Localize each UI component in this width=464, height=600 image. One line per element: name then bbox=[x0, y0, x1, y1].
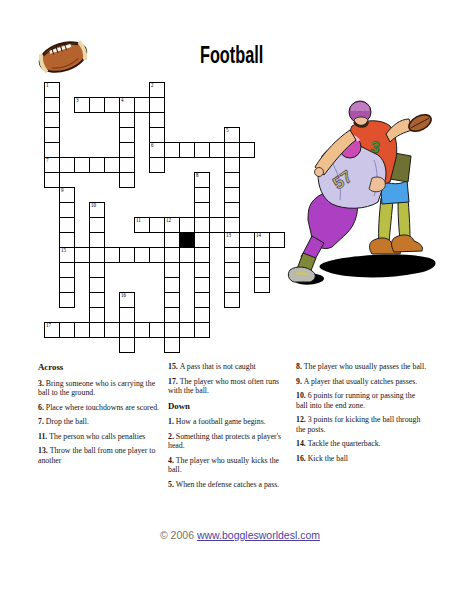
clue-text: Throw the ball from one player to anothe… bbox=[38, 446, 155, 465]
clue-column-2: 15. A pass that is not caught17. The pla… bbox=[168, 362, 292, 494]
grid-cell[interactable] bbox=[89, 217, 105, 233]
grid-cell[interactable] bbox=[164, 292, 180, 308]
grid-cell[interactable] bbox=[194, 307, 210, 323]
clue-number: 8. bbox=[296, 362, 304, 371]
crossword-grid: 1234567891011121314151617 bbox=[44, 82, 286, 354]
grid-cell[interactable] bbox=[194, 292, 210, 308]
website-link[interactable]: www.bogglesworldesl.com bbox=[197, 529, 320, 541]
grid-cell[interactable] bbox=[224, 277, 240, 293]
clue-item: 15. A pass that is not caught bbox=[168, 362, 292, 372]
grid-cell[interactable] bbox=[89, 157, 105, 173]
grid-cell[interactable] bbox=[164, 232, 180, 248]
grid-cell[interactable] bbox=[224, 292, 240, 308]
grid-cell[interactable]: 12 bbox=[164, 217, 180, 233]
cell-number: 2 bbox=[151, 83, 154, 89]
copyright-text: © 2006 bbox=[160, 529, 194, 541]
grid-cell[interactable] bbox=[59, 262, 75, 278]
clue-item: 1. How a football game begins. bbox=[168, 417, 292, 427]
clue-text: Bring someone who is carrying the ball t… bbox=[38, 379, 155, 398]
clue-item: 16. Kick the ball bbox=[296, 454, 428, 464]
grid-cell[interactable] bbox=[239, 232, 255, 248]
grid-cell[interactable] bbox=[119, 142, 135, 158]
grid-cell[interactable] bbox=[119, 337, 135, 353]
clue-text: Place where touchdowns are scored. bbox=[46, 403, 159, 412]
clue-number: 3. bbox=[38, 379, 46, 388]
grid-cell[interactable]: 4 bbox=[119, 97, 135, 113]
clue-item: 13. Throw the ball from one player to an… bbox=[38, 446, 165, 465]
clue-number: 16. bbox=[296, 454, 308, 463]
grid-cell[interactable] bbox=[194, 322, 210, 338]
page-title: Football bbox=[0, 41, 464, 69]
clue-text: Something that protects a player's head. bbox=[168, 432, 281, 451]
cell-number: 1 bbox=[46, 83, 49, 89]
grid-cell[interactable] bbox=[59, 232, 75, 248]
grid-cell[interactable] bbox=[119, 247, 135, 263]
cell-number: 6 bbox=[151, 143, 154, 149]
grid-cell[interactable]: 9 bbox=[59, 187, 75, 203]
grid-cell[interactable] bbox=[209, 142, 225, 158]
cell-number: 9 bbox=[61, 188, 64, 194]
cell-number: 12 bbox=[166, 218, 171, 224]
grid-cell[interactable] bbox=[74, 157, 90, 173]
clue-text: 3 points for kicking the ball through th… bbox=[296, 415, 420, 434]
grid-cell[interactable] bbox=[44, 127, 60, 143]
grid-cell[interactable] bbox=[149, 157, 165, 173]
clue-text: The player who usually kicks the ball. bbox=[168, 456, 279, 475]
clue-item: 11. The person who calls penalties bbox=[38, 432, 165, 442]
grid-cell[interactable] bbox=[224, 142, 240, 158]
grid-cell[interactable]: 8 bbox=[194, 172, 210, 188]
grid-cell[interactable] bbox=[179, 247, 195, 263]
grid-cell[interactable] bbox=[164, 307, 180, 323]
black-cell bbox=[179, 232, 195, 248]
clue-number: 1. bbox=[168, 417, 176, 426]
clue-item: 14. Tackle the quarterback. bbox=[296, 439, 428, 449]
grid-cell[interactable] bbox=[194, 232, 210, 248]
page-title-text: Football bbox=[200, 41, 263, 69]
clue-number: 17. bbox=[168, 377, 180, 386]
grid-cell[interactable] bbox=[119, 112, 135, 128]
grid-cell[interactable] bbox=[179, 142, 195, 158]
grid-cell[interactable] bbox=[209, 217, 225, 233]
grid-cell[interactable] bbox=[254, 247, 270, 263]
grid-cell[interactable] bbox=[89, 292, 105, 308]
grid-cell[interactable] bbox=[74, 247, 90, 263]
clue-item: 12. 3 points for kicking the ball throug… bbox=[296, 415, 428, 434]
cell-number: 5 bbox=[226, 128, 229, 134]
grid-cell[interactable] bbox=[149, 112, 165, 128]
cell-number: 8 bbox=[196, 173, 199, 179]
cell-number: 4 bbox=[121, 98, 124, 104]
grid-cell[interactable] bbox=[254, 277, 270, 293]
grid-cell[interactable] bbox=[164, 277, 180, 293]
grid-cell[interactable] bbox=[89, 307, 105, 323]
clue-text: The person who calls penalties bbox=[49, 432, 145, 441]
grid-cell[interactable] bbox=[89, 97, 105, 113]
grid-cell[interactable] bbox=[224, 217, 240, 233]
grid-cell[interactable] bbox=[119, 322, 135, 338]
clue-number: 7. bbox=[38, 417, 46, 426]
grid-cell[interactable]: 10 bbox=[89, 202, 105, 218]
cell-number: 3 bbox=[76, 98, 79, 104]
grid-cell[interactable] bbox=[179, 322, 195, 338]
grid-cell[interactable]: 3 bbox=[74, 97, 90, 113]
grid-cell[interactable]: 5 bbox=[224, 127, 240, 143]
grid-cell[interactable] bbox=[89, 322, 105, 338]
grid-cell[interactable] bbox=[74, 322, 90, 338]
clue-number: 6. bbox=[38, 403, 46, 412]
grid-cell[interactable] bbox=[224, 187, 240, 203]
clue-number: 5. bbox=[168, 480, 176, 489]
cell-number: 16 bbox=[121, 293, 126, 299]
grid-cell[interactable] bbox=[149, 127, 165, 143]
grid-cell[interactable]: 17 bbox=[44, 322, 60, 338]
grid-cell[interactable] bbox=[194, 247, 210, 263]
grid-cell[interactable] bbox=[44, 142, 60, 158]
grid-cell[interactable] bbox=[224, 247, 240, 263]
grid-cell[interactable] bbox=[194, 202, 210, 218]
grid-cell[interactable] bbox=[59, 292, 75, 308]
cell-number: 10 bbox=[91, 203, 96, 209]
clue-column-3: 8. The player who usually passes the bal… bbox=[296, 362, 428, 468]
clue-item: 7. Drop the ball. bbox=[38, 417, 165, 427]
grid-cell[interactable] bbox=[194, 277, 210, 293]
grid-cell[interactable] bbox=[164, 142, 180, 158]
grid-cell[interactable] bbox=[254, 262, 270, 278]
grid-cell[interactable]: 6 bbox=[149, 142, 165, 158]
players-illustration: 3 57 bbox=[286, 90, 446, 290]
shadow-shape bbox=[319, 255, 435, 278]
clue-item: 5. When the defense catches a pass. bbox=[168, 480, 292, 490]
grid-cell[interactable] bbox=[59, 217, 75, 233]
grid-cell[interactable] bbox=[44, 97, 60, 113]
clue-text: Kick the ball bbox=[308, 454, 348, 463]
clue-item: 2. Something that protects a player's he… bbox=[168, 432, 292, 451]
grid-cell[interactable]: 15 bbox=[59, 247, 75, 263]
grid-cell[interactable] bbox=[224, 202, 240, 218]
clue-item: 17. The player who most often runs with … bbox=[168, 377, 292, 396]
grid-cell[interactable] bbox=[269, 232, 285, 248]
grid-cell[interactable] bbox=[149, 322, 165, 338]
clue-item: 4. The player who usually kicks the ball… bbox=[168, 456, 292, 475]
clue-column-1: Across3. Bring someone who is carrying t… bbox=[38, 362, 165, 470]
clue-number: 12. bbox=[296, 415, 308, 424]
clue-item: 10. 6 points for running or passing the … bbox=[296, 391, 428, 410]
clue-text: Tackle the quarterback. bbox=[308, 439, 381, 448]
clue-number: 15. bbox=[168, 362, 180, 371]
clue-text: Drop the ball. bbox=[46, 417, 89, 426]
clue-item: 8. The player who usually passes the bal… bbox=[296, 362, 428, 372]
grid-cell[interactable] bbox=[89, 262, 105, 278]
grid-cell[interactable] bbox=[224, 262, 240, 278]
grid-cell[interactable] bbox=[164, 337, 180, 353]
grid-cell[interactable] bbox=[44, 172, 60, 188]
grid-cell[interactable] bbox=[239, 142, 255, 158]
grid-cell[interactable] bbox=[59, 277, 75, 293]
clue-text: A pass that is not caught bbox=[180, 362, 256, 371]
clue-text: A player that usually catches passes. bbox=[304, 377, 417, 386]
cell-number: 11 bbox=[136, 218, 141, 224]
clue-text: When the defense catches a pass. bbox=[176, 480, 279, 489]
grid-cell[interactable] bbox=[119, 172, 135, 188]
grid-cell[interactable] bbox=[119, 127, 135, 143]
clue-number: 14. bbox=[296, 439, 308, 448]
grid-cell[interactable] bbox=[89, 232, 105, 248]
grid-cell[interactable]: 2 bbox=[149, 82, 165, 98]
grid-cell[interactable] bbox=[89, 247, 105, 263]
grid-cell[interactable] bbox=[164, 262, 180, 278]
clue-number: 4. bbox=[168, 456, 176, 465]
grid-cell[interactable] bbox=[164, 247, 180, 263]
cell-number: 14 bbox=[256, 233, 261, 239]
down-heading: Down bbox=[168, 401, 292, 412]
clue-number: 11. bbox=[38, 432, 49, 441]
cell-number: 15 bbox=[61, 248, 66, 254]
clue-number: 2. bbox=[168, 432, 176, 441]
grid-cell[interactable] bbox=[119, 307, 135, 323]
grid-cell[interactable] bbox=[224, 157, 240, 173]
cell-number: 7 bbox=[46, 158, 49, 164]
grid-cell[interactable] bbox=[164, 322, 180, 338]
clue-number: 10. bbox=[296, 391, 308, 400]
grid-cell[interactable] bbox=[134, 247, 150, 263]
grid-cell[interactable]: 14 bbox=[254, 232, 270, 248]
grid-cell[interactable] bbox=[194, 142, 210, 158]
grid-cell[interactable] bbox=[89, 277, 105, 293]
worksheet-page: Football 1234567891011121314151617 3 bbox=[0, 0, 464, 600]
grid-cell[interactable] bbox=[59, 157, 75, 173]
across-heading: Across bbox=[38, 362, 165, 373]
grid-cell[interactable]: 13 bbox=[224, 232, 240, 248]
grid-cell[interactable] bbox=[59, 202, 75, 218]
clue-item: 9. A player that usually catches passes. bbox=[296, 377, 428, 387]
clue-text: The player who usually passes the ball. bbox=[304, 362, 426, 371]
clue-item: 3. Bring someone who is carrying the bal… bbox=[38, 379, 165, 398]
grid-cell[interactable]: 16 bbox=[119, 292, 135, 308]
grid-cell[interactable] bbox=[149, 247, 165, 263]
grid-cell[interactable]: 11 bbox=[134, 217, 150, 233]
grid-cell[interactable]: 1 bbox=[44, 82, 60, 98]
grid-cell[interactable] bbox=[194, 217, 210, 233]
grid-cell[interactable] bbox=[119, 157, 135, 173]
grid-cell[interactable]: 7 bbox=[44, 157, 60, 173]
grid-cell[interactable] bbox=[104, 157, 120, 173]
grid-cell[interactable] bbox=[104, 97, 120, 113]
grid-cell[interactable] bbox=[59, 322, 75, 338]
cell-number: 13 bbox=[226, 233, 231, 239]
cell-number: 17 bbox=[46, 323, 51, 329]
grid-cell[interactable] bbox=[134, 97, 150, 113]
grid-cell[interactable] bbox=[134, 322, 150, 338]
grid-cell[interactable] bbox=[104, 322, 120, 338]
grid-cell[interactable] bbox=[44, 112, 60, 128]
clue-text: 6 points for running or passing the ball… bbox=[296, 391, 415, 410]
clue-number: 13. bbox=[38, 446, 50, 455]
clue-item: 6. Place where touchdowns are scored. bbox=[38, 403, 165, 413]
grid-cell[interactable] bbox=[179, 217, 195, 233]
clue-text: How a football game begins. bbox=[176, 417, 266, 426]
clue-text: The player who most often runs with the … bbox=[168, 377, 279, 396]
grid-cell[interactable] bbox=[104, 247, 120, 263]
grid-cell[interactable] bbox=[149, 97, 165, 113]
grid-cell[interactable] bbox=[224, 172, 240, 188]
grid-cell[interactable] bbox=[149, 217, 165, 233]
clue-number: 9. bbox=[296, 377, 304, 386]
footer: © 2006 www.bogglesworldesl.com bbox=[0, 529, 464, 541]
grid-cell[interactable] bbox=[194, 262, 210, 278]
grid-cell[interactable] bbox=[194, 187, 210, 203]
